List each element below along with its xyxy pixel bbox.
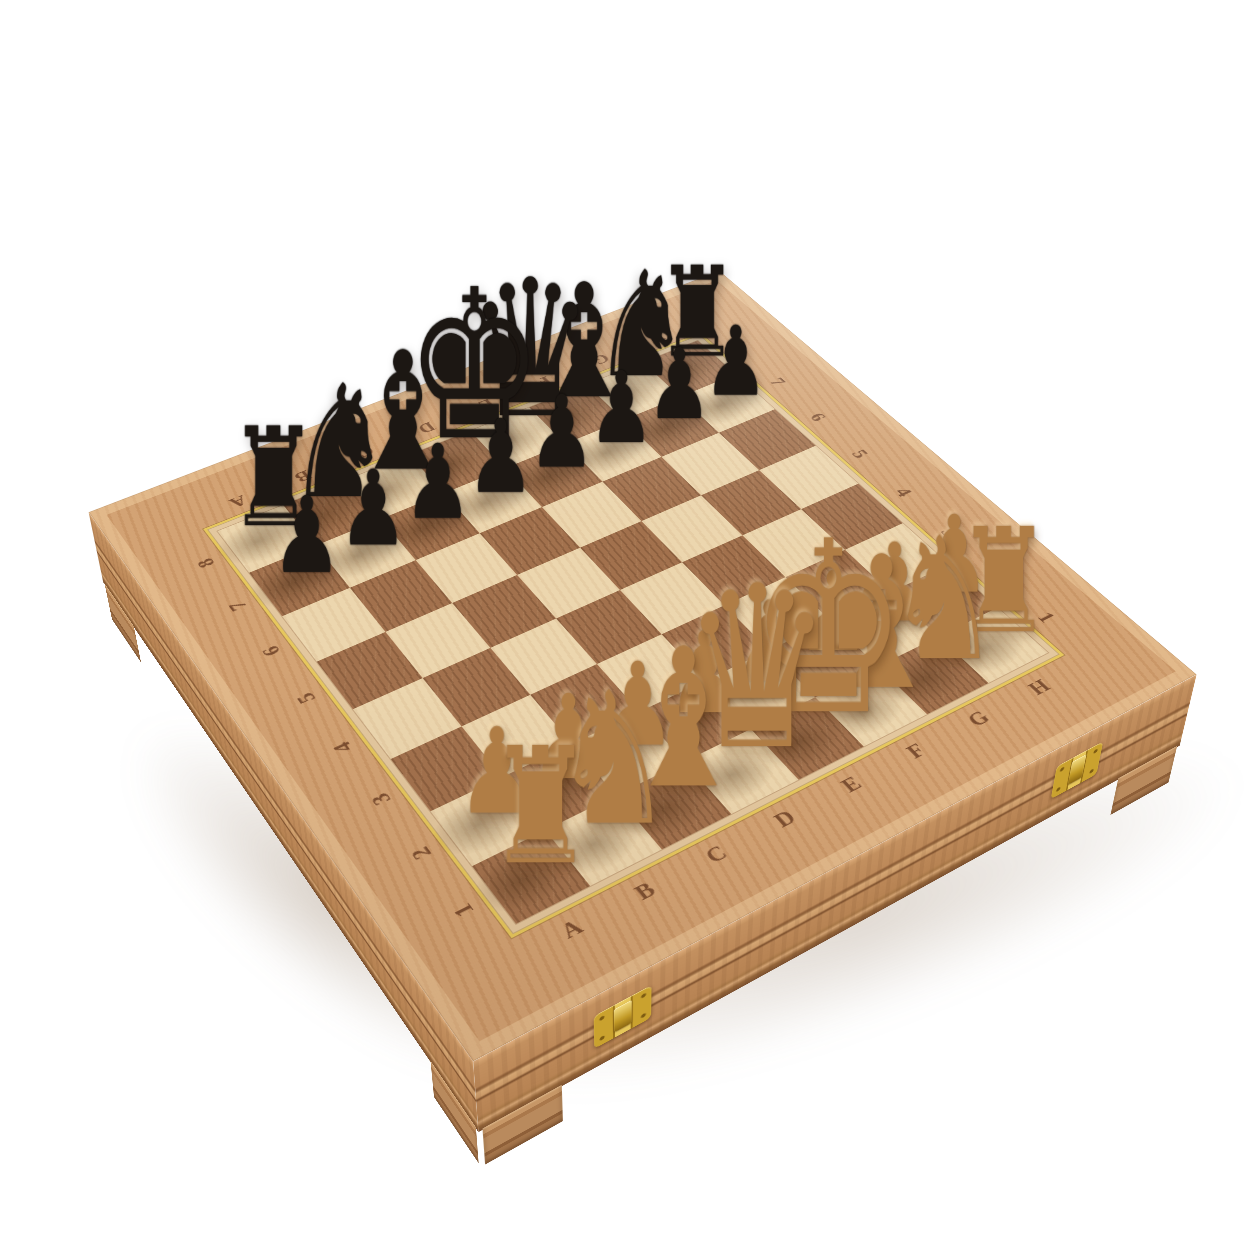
brass-clasp bbox=[1051, 741, 1104, 799]
clasp-hasp bbox=[1068, 754, 1087, 785]
clasp-hasp bbox=[614, 1000, 632, 1032]
product-photo-scene: ABCDEFGH ABCDEFGH 12345678 87654321 ♜♞♝♚… bbox=[0, 0, 1250, 1250]
brass-clasp bbox=[594, 985, 652, 1049]
box-foot bbox=[482, 1085, 562, 1165]
white-rook-glyph: ♜ bbox=[467, 726, 612, 887]
box-foot bbox=[104, 583, 141, 662]
box-foot bbox=[430, 1061, 478, 1164]
